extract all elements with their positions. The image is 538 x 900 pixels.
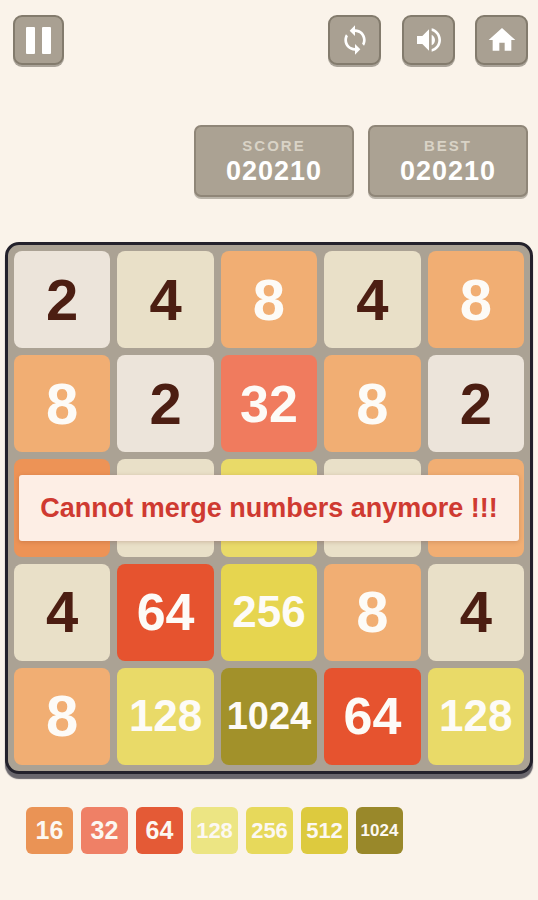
- tile-r4c2: 64: [117, 564, 213, 661]
- home-icon: [486, 24, 518, 56]
- refresh-icon: [339, 24, 371, 56]
- tile-r1c1: 2: [14, 251, 110, 348]
- tile-r2c5: 2: [428, 355, 524, 452]
- tile-legend: 1632641282565121024: [26, 807, 403, 854]
- tile-r2c4: 8: [324, 355, 420, 452]
- home-button[interactable]: [475, 15, 528, 65]
- tile-r2c1: 8: [14, 355, 110, 452]
- pause-icon: [26, 27, 51, 54]
- restart-button[interactable]: [328, 15, 381, 65]
- game-screen: SCORE 020210 BEST 020210 248488232824642…: [0, 0, 538, 900]
- pause-button[interactable]: [13, 15, 64, 65]
- legend-tile-512: 512: [301, 807, 348, 854]
- tile-r4c1: 4: [14, 564, 110, 661]
- legend-tile-256: 256: [246, 807, 293, 854]
- score-value: 020210: [226, 158, 322, 185]
- legend-tile-1024: 1024: [356, 807, 403, 854]
- tile-r4c4: 8: [324, 564, 420, 661]
- tile-r1c4: 4: [324, 251, 420, 348]
- tile-r5c1: 8: [14, 668, 110, 765]
- tile-r4c3: 256: [221, 564, 317, 661]
- best-value: 020210: [400, 158, 496, 185]
- legend-tile-64: 64: [136, 807, 183, 854]
- tile-r4c5: 4: [428, 564, 524, 661]
- tile-r1c2: 4: [117, 251, 213, 348]
- score-label: SCORE: [242, 138, 305, 153]
- tile-r1c3: 8: [221, 251, 317, 348]
- tile-r5c3: 1024: [221, 668, 317, 765]
- best-box: BEST 020210: [368, 125, 528, 197]
- legend-tile-128: 128: [191, 807, 238, 854]
- tile-r1c5: 8: [428, 251, 524, 348]
- tile-r2c3: 32: [221, 355, 317, 452]
- speaker-icon: [413, 24, 445, 56]
- tile-r5c5: 128: [428, 668, 524, 765]
- game-over-banner: Cannot merge numbers anymore !!!: [19, 475, 519, 541]
- sound-button[interactable]: [402, 15, 455, 65]
- tile-r5c4: 64: [324, 668, 420, 765]
- tile-r5c2: 128: [117, 668, 213, 765]
- tile-r2c2: 2: [117, 355, 213, 452]
- legend-tile-16: 16: [26, 807, 73, 854]
- game-over-message: Cannot merge numbers anymore !!!: [40, 493, 498, 524]
- best-label: BEST: [424, 138, 472, 153]
- legend-tile-32: 32: [81, 807, 128, 854]
- score-box: SCORE 020210: [194, 125, 354, 197]
